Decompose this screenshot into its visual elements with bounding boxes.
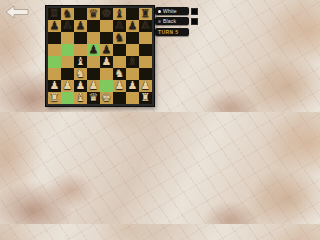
square-h8[interactable]: ♜ (139, 8, 152, 20)
square-a6[interactable] (48, 32, 61, 44)
back-button[interactable] (5, 5, 29, 19)
player-black-label: Black (163, 17, 176, 25)
square-h5[interactable] (139, 44, 152, 56)
square-a2[interactable]: ♟ (48, 80, 61, 92)
piece-black-bishop: ♝ (115, 8, 125, 20)
piece-black-rook: ♜ (141, 8, 151, 20)
square-a8[interactable]: ♜ (48, 8, 61, 20)
square-e3[interactable] (100, 68, 113, 80)
square-c8[interactable] (74, 8, 87, 20)
piece-white-queen: ♛ (89, 92, 99, 104)
piece-white-rook: ♜ (50, 92, 60, 104)
chess-game-screen: { "game": "chess", "position": { "fen": … (0, 0, 200, 112)
piece-black-knight: ♞ (115, 32, 125, 44)
black-player-dot-icon (158, 20, 161, 23)
square-d1[interactable]: ♛ (87, 92, 100, 104)
piece-white-pawn: ♟ (76, 80, 86, 92)
piece-white-pawn: ♟ (102, 56, 112, 68)
square-c5[interactable] (74, 44, 87, 56)
black-capture-box (191, 18, 198, 25)
square-c4[interactable]: ♝ (74, 56, 87, 68)
piece-black-pawn: ♟ (128, 20, 138, 32)
square-h7[interactable]: ♟ (139, 20, 152, 32)
square-c1[interactable]: ♝ (74, 92, 87, 104)
piece-white-king: ♚ (102, 92, 112, 104)
piece-black-pawn: ♟ (115, 20, 125, 32)
piece-black-knight: ♞ (63, 8, 73, 20)
square-e2[interactable] (100, 80, 113, 92)
piece-black-pawn: ♟ (89, 44, 99, 56)
square-h1[interactable]: ♜ (139, 92, 152, 104)
piece-white-bishop: ♝ (76, 56, 86, 68)
square-d5[interactable]: ♟ (87, 44, 100, 56)
piece-black-pawn: ♟ (102, 44, 112, 56)
square-b1[interactable] (61, 92, 74, 104)
square-f5[interactable] (113, 44, 126, 56)
piece-white-pawn: ♟ (50, 80, 60, 92)
piece-white-pawn: ♟ (115, 80, 125, 92)
piece-black-king: ♚ (102, 8, 112, 20)
square-a4[interactable] (48, 56, 61, 68)
square-f7[interactable]: ♟ (113, 20, 126, 32)
square-d7[interactable] (87, 20, 100, 32)
piece-white-pawn: ♟ (89, 80, 99, 92)
chess-board-frame: ♜♞♛♚♝♜♟♟♟♟♟♟♞♟♟♝♟♝♞♞♟♟♟♟♟♟♟♜♝♛♚♜ (46, 6, 154, 106)
square-f6[interactable]: ♞ (113, 32, 126, 44)
piece-black-pawn: ♟ (50, 20, 60, 32)
square-e1[interactable]: ♚ (100, 92, 113, 104)
player-black-badge: Black (155, 17, 189, 25)
square-h4[interactable] (139, 56, 152, 68)
piece-black-pawn: ♟ (76, 20, 86, 32)
white-capture-box (191, 8, 198, 15)
square-b7[interactable]: ♟ (61, 20, 74, 32)
square-f1[interactable] (113, 92, 126, 104)
side-panel: White Black TURN 5 (155, 7, 198, 36)
square-g7[interactable]: ♟ (126, 20, 139, 32)
chess-board: ♜♞♛♚♝♜♟♟♟♟♟♟♞♟♟♝♟♝♞♞♟♟♟♟♟♟♟♜♝♛♚♜ (48, 8, 152, 104)
square-c3[interactable]: ♞ (74, 68, 87, 80)
turn-label: TURN 5 (158, 28, 178, 36)
square-d3[interactable] (87, 68, 100, 80)
piece-black-rook: ♜ (50, 8, 60, 20)
square-d6[interactable] (87, 32, 100, 44)
piece-white-bishop: ♝ (76, 92, 86, 104)
square-c2[interactable]: ♟ (74, 80, 87, 92)
square-d2[interactable]: ♟ (87, 80, 100, 92)
piece-white-knight: ♞ (115, 68, 125, 80)
player-black-row: Black (155, 17, 198, 25)
square-f3[interactable]: ♞ (113, 68, 126, 80)
piece-white-rook: ♜ (141, 92, 151, 104)
square-b5[interactable] (61, 44, 74, 56)
square-d4[interactable] (87, 56, 100, 68)
square-b2[interactable]: ♟ (61, 80, 74, 92)
player-white-label: White (163, 7, 177, 15)
piece-white-pawn: ♟ (128, 80, 138, 92)
square-d8[interactable]: ♛ (87, 8, 100, 20)
square-e4[interactable]: ♟ (100, 56, 113, 68)
player-white-badge: White (155, 7, 189, 15)
piece-white-pawn: ♟ (141, 80, 151, 92)
square-f2[interactable]: ♟ (113, 80, 126, 92)
piece-black-pawn: ♟ (63, 20, 73, 32)
square-e6[interactable] (100, 32, 113, 44)
square-a3[interactable] (48, 68, 61, 80)
square-b8[interactable]: ♞ (61, 8, 74, 20)
square-f4[interactable] (113, 56, 126, 68)
square-b3[interactable] (61, 68, 74, 80)
square-c7[interactable]: ♟ (74, 20, 87, 32)
square-g6[interactable] (126, 32, 139, 44)
back-arrow-icon (5, 5, 29, 19)
square-e7[interactable] (100, 20, 113, 32)
square-g1[interactable] (126, 92, 139, 104)
square-h2[interactable]: ♟ (139, 80, 152, 92)
square-h6[interactable] (139, 32, 152, 44)
piece-white-knight: ♞ (76, 68, 86, 80)
square-c6[interactable] (74, 32, 87, 44)
square-g4[interactable]: ♝ (126, 56, 139, 68)
square-a7[interactable]: ♟ (48, 20, 61, 32)
square-g3[interactable] (126, 68, 139, 80)
square-a5[interactable] (48, 44, 61, 56)
square-a1[interactable]: ♜ (48, 92, 61, 104)
square-g8[interactable] (126, 8, 139, 20)
piece-black-bishop: ♝ (128, 56, 138, 68)
piece-black-pawn: ♟ (141, 20, 151, 32)
piece-black-queen: ♛ (89, 8, 99, 20)
turn-badge: TURN 5 (155, 28, 189, 36)
piece-white-pawn: ♟ (63, 80, 73, 92)
player-white-row: White (155, 7, 198, 15)
square-h3[interactable] (139, 68, 152, 80)
turn-row: TURN 5 (155, 28, 189, 36)
square-f8[interactable]: ♝ (113, 8, 126, 20)
white-player-dot-icon (158, 10, 161, 13)
square-e8[interactable]: ♚ (100, 8, 113, 20)
square-b6[interactable] (61, 32, 74, 44)
square-g2[interactable]: ♟ (126, 80, 139, 92)
square-b4[interactable] (61, 56, 74, 68)
square-e5[interactable]: ♟ (100, 44, 113, 56)
square-g5[interactable] (126, 44, 139, 56)
